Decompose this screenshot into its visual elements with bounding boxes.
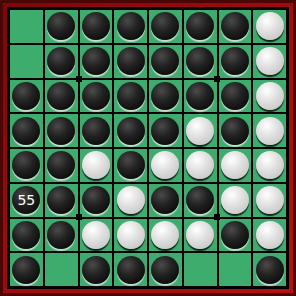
cell-c2[interactable]	[80, 45, 113, 78]
black-disc	[221, 12, 249, 40]
white-disc	[256, 47, 284, 75]
black-disc	[117, 151, 145, 179]
white-disc	[221, 186, 249, 214]
white-disc	[256, 151, 284, 179]
black-disc	[151, 186, 179, 214]
black-disc	[47, 221, 75, 249]
black-disc	[47, 12, 75, 40]
cell-h3[interactable]	[253, 80, 286, 113]
black-disc	[117, 117, 145, 145]
cell-a6[interactable]: 55	[10, 184, 43, 217]
board-frame: 55	[0, 0, 296, 296]
cell-g2[interactable]	[219, 45, 252, 78]
cell-f4[interactable]	[184, 114, 217, 147]
black-disc	[82, 186, 110, 214]
black-disc	[151, 256, 179, 284]
cell-e5[interactable]	[149, 149, 182, 182]
black-disc	[47, 82, 75, 110]
cell-d7[interactable]	[114, 219, 147, 252]
black-disc	[82, 82, 110, 110]
cell-d3[interactable]	[114, 80, 147, 113]
cell-e2[interactable]	[149, 45, 182, 78]
black-disc	[186, 186, 214, 214]
cell-b1[interactable]	[45, 10, 78, 43]
black-disc	[221, 47, 249, 75]
white-disc	[186, 117, 214, 145]
cell-d8[interactable]	[114, 253, 147, 286]
cell-f6[interactable]	[184, 184, 217, 217]
black-disc	[47, 186, 75, 214]
cell-d2[interactable]	[114, 45, 147, 78]
star-point	[214, 214, 220, 220]
white-disc	[186, 221, 214, 249]
black-disc-last-move: 55	[12, 186, 40, 214]
cell-d6[interactable]	[114, 184, 147, 217]
cell-b4[interactable]	[45, 114, 78, 147]
cell-h7[interactable]	[253, 219, 286, 252]
black-disc	[256, 256, 284, 284]
white-disc	[256, 82, 284, 110]
cell-a7[interactable]	[10, 219, 43, 252]
cell-a8[interactable]	[10, 253, 43, 286]
black-disc	[151, 117, 179, 145]
black-disc	[12, 117, 40, 145]
black-disc	[82, 117, 110, 145]
white-disc	[117, 221, 145, 249]
white-disc	[221, 151, 249, 179]
cell-g8[interactable]	[219, 253, 252, 286]
cell-f7[interactable]	[184, 219, 217, 252]
white-disc	[151, 151, 179, 179]
cell-g4[interactable]	[219, 114, 252, 147]
cell-a1[interactable]	[10, 10, 43, 43]
black-disc	[151, 12, 179, 40]
white-disc	[256, 221, 284, 249]
white-disc	[256, 186, 284, 214]
black-disc	[186, 12, 214, 40]
black-disc	[12, 221, 40, 249]
cell-e7[interactable]	[149, 219, 182, 252]
cell-e8[interactable]	[149, 253, 182, 286]
cell-b8[interactable]	[45, 253, 78, 286]
black-disc	[221, 221, 249, 249]
cell-b6[interactable]	[45, 184, 78, 217]
cell-e4[interactable]	[149, 114, 182, 147]
black-disc	[117, 47, 145, 75]
black-disc	[82, 256, 110, 284]
cell-a2[interactable]	[10, 45, 43, 78]
black-disc	[47, 151, 75, 179]
black-disc	[117, 12, 145, 40]
black-disc	[151, 82, 179, 110]
cell-g3[interactable]	[219, 80, 252, 113]
cell-d5[interactable]	[114, 149, 147, 182]
cell-c3[interactable]	[80, 80, 113, 113]
star-point	[214, 76, 220, 82]
cell-h2[interactable]	[253, 45, 286, 78]
cell-b7[interactable]	[45, 219, 78, 252]
white-disc	[151, 221, 179, 249]
black-disc	[47, 47, 75, 75]
cell-a5[interactable]	[10, 149, 43, 182]
black-disc	[47, 117, 75, 145]
cell-d1[interactable]	[114, 10, 147, 43]
black-disc	[117, 82, 145, 110]
star-point	[76, 214, 82, 220]
cell-f5[interactable]	[184, 149, 217, 182]
cell-g7[interactable]	[219, 219, 252, 252]
cell-b2[interactable]	[45, 45, 78, 78]
cell-f1[interactable]	[184, 10, 217, 43]
cell-d4[interactable]	[114, 114, 147, 147]
cell-a3[interactable]	[10, 80, 43, 113]
cell-c4[interactable]	[80, 114, 113, 147]
cell-h6[interactable]	[253, 184, 286, 217]
cell-g5[interactable]	[219, 149, 252, 182]
cell-c6[interactable]	[80, 184, 113, 217]
cell-c5[interactable]	[80, 149, 113, 182]
black-disc	[12, 256, 40, 284]
cell-g6[interactable]	[219, 184, 252, 217]
white-disc	[256, 117, 284, 145]
black-disc	[221, 82, 249, 110]
cell-b3[interactable]	[45, 80, 78, 113]
white-disc	[186, 151, 214, 179]
star-point	[76, 76, 82, 82]
cell-h4[interactable]	[253, 114, 286, 147]
black-disc	[82, 12, 110, 40]
cell-a4[interactable]	[10, 114, 43, 147]
black-disc	[186, 82, 214, 110]
cell-e3[interactable]	[149, 80, 182, 113]
white-disc	[117, 186, 145, 214]
cell-h1[interactable]	[253, 10, 286, 43]
white-disc	[82, 221, 110, 249]
cell-b5[interactable]	[45, 149, 78, 182]
cell-e6[interactable]	[149, 184, 182, 217]
cell-h8[interactable]	[253, 253, 286, 286]
black-disc	[186, 47, 214, 75]
othello-board: 55	[7, 7, 289, 289]
board-frame-inner: 55	[3, 3, 293, 293]
cell-f3[interactable]	[184, 80, 217, 113]
cell-c1[interactable]	[80, 10, 113, 43]
white-disc	[82, 151, 110, 179]
cell-f8[interactable]	[184, 253, 217, 286]
black-disc	[12, 151, 40, 179]
black-disc	[151, 47, 179, 75]
black-disc	[82, 47, 110, 75]
cell-f2[interactable]	[184, 45, 217, 78]
black-disc	[117, 256, 145, 284]
cell-h5[interactable]	[253, 149, 286, 182]
black-disc	[12, 82, 40, 110]
black-disc	[221, 117, 249, 145]
cell-e1[interactable]	[149, 10, 182, 43]
cell-c8[interactable]	[80, 253, 113, 286]
white-disc	[256, 12, 284, 40]
cell-c7[interactable]	[80, 219, 113, 252]
cell-g1[interactable]	[219, 10, 252, 43]
